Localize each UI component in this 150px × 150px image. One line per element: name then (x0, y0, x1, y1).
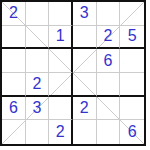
cell-r6c2[interactable] (26, 120, 50, 144)
cell-r1c3[interactable] (49, 2, 73, 26)
cell-r1c4[interactable]: 3 (73, 2, 97, 26)
cell-r4c1[interactable] (2, 73, 26, 97)
cell-r2c5[interactable]: 2 (97, 26, 121, 50)
cell-r2c1[interactable] (2, 26, 26, 50)
cell-r5c2[interactable]: 3 (26, 97, 50, 121)
cell-r6c6[interactable]: 6 (120, 120, 144, 144)
cell-r6c1[interactable] (2, 120, 26, 144)
cell-r3c3[interactable] (49, 49, 73, 73)
cell-r5c6[interactable] (120, 97, 144, 121)
cell-r1c6[interactable] (120, 2, 144, 26)
cell-r5c3[interactable] (49, 97, 73, 121)
cell-r6c3[interactable]: 2 (49, 120, 73, 144)
cell-r4c2[interactable]: 2 (26, 73, 50, 97)
sudoku-board-cells: 231256263226 (2, 2, 144, 144)
cell-r4c3[interactable] (49, 73, 73, 97)
cell-r4c4[interactable] (73, 73, 97, 97)
cell-r3c6[interactable] (120, 49, 144, 73)
cell-r5c5[interactable] (97, 97, 121, 121)
sudoku-board: 231256263226 (0, 0, 146, 146)
cell-r4c5[interactable] (97, 73, 121, 97)
cell-r3c2[interactable] (26, 49, 50, 73)
cell-r1c2[interactable] (26, 2, 50, 26)
cell-r6c4[interactable] (73, 120, 97, 144)
cell-r2c3[interactable]: 1 (49, 26, 73, 50)
cell-r5c1[interactable]: 6 (2, 97, 26, 121)
sudoku-page: 231256263226 (0, 0, 150, 150)
cell-r3c4[interactable] (73, 49, 97, 73)
cell-r1c5[interactable] (97, 2, 121, 26)
cell-r5c4[interactable]: 2 (73, 97, 97, 121)
cell-r6c5[interactable] (97, 120, 121, 144)
cell-r1c1[interactable]: 2 (2, 2, 26, 26)
cell-r3c1[interactable] (2, 49, 26, 73)
cell-r2c6[interactable]: 5 (120, 26, 144, 50)
cell-r2c2[interactable] (26, 26, 50, 50)
cell-r3c5[interactable]: 6 (97, 49, 121, 73)
cell-r2c4[interactable] (73, 26, 97, 50)
cell-r4c6[interactable] (120, 73, 144, 97)
